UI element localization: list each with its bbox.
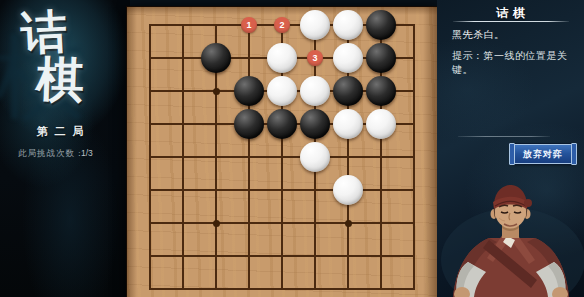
npc-portrait [437,182,584,297]
title-underline [453,21,569,22]
star-point [213,220,220,227]
calligraphy-title-char-2: 棋 [35,47,85,113]
go-board-grid[interactable]: 123 [149,24,415,290]
attempts-value: 1/3 [81,148,93,158]
white-stone [300,10,330,40]
grid-line-horizontal [149,189,415,191]
white-stone [300,142,330,172]
black-stone [300,109,330,139]
go-board: 123 [127,7,437,297]
star-point [213,88,220,95]
move-marker-2: 2 [274,17,290,33]
attempts-label: 此局挑战次数： [18,148,85,160]
white-stone [300,76,330,106]
white-stone [333,109,363,139]
black-stone [201,43,231,73]
black-stone [234,109,264,139]
stage-label: 第二局 [0,124,120,139]
panel-divider [458,136,550,137]
grid-line-horizontal [149,255,415,257]
white-stone [267,43,297,73]
star-point [345,220,352,227]
white-stone [366,109,396,139]
puzzle-title-panel: 棋 诘 棋 第二局 此局挑战次数： 1/3 [0,0,130,297]
black-stone [366,10,396,40]
move-marker-1: 1 [241,17,257,33]
grid-line-horizontal [149,288,415,290]
info-panel: 诘棋 黑先杀白。 提示：第一线的位置是关键。 放弃对弈 [437,0,584,297]
grid-line-vertical [413,24,415,290]
hint-text: 提示：第一线的位置是关键。 [452,49,584,77]
move-marker-3: 3 [307,50,323,66]
white-stone [267,76,297,106]
black-stone [366,76,396,106]
black-stone [333,76,363,106]
game-screen: 棋 诘 棋 第二局 此局挑战次数： 1/3 123 诘棋 黑先杀白。 提示：第一… [0,0,584,297]
grid-line-horizontal [149,222,415,224]
white-stone [333,10,363,40]
give-up-button[interactable]: 放弃对弈 [512,144,574,164]
white-stone [333,175,363,205]
black-stone [267,109,297,139]
black-stone [234,76,264,106]
panel-title: 诘棋 [437,5,584,22]
black-stone [366,43,396,73]
white-stone [333,43,363,73]
grid-line-horizontal [149,156,415,158]
objective-text: 黑先杀白。 [452,28,505,42]
